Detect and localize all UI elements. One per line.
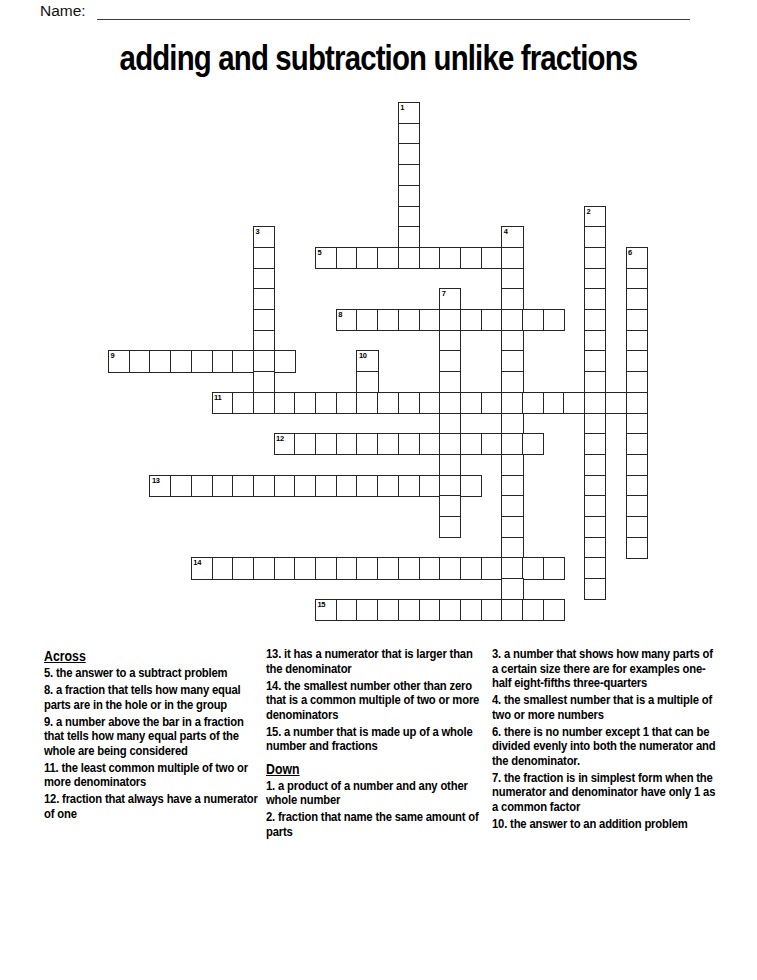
cell-number-9: 9 (111, 352, 115, 360)
grid-cell-r14c24[interactable] (605, 392, 627, 414)
grid-cell-r14c21[interactable] (543, 392, 565, 414)
grid-cell-r24c21[interactable] (543, 599, 565, 621)
name-label: Name: (40, 2, 86, 20)
grid-cell-r20c16[interactable] (439, 516, 461, 538)
clue-across-5: 5. the answer to a subtract problem (44, 666, 258, 681)
grid-cell-r18c17[interactable] (460, 475, 482, 497)
grid-cell-r16c18[interactable] (481, 433, 503, 455)
grid-cell-r16c11[interactable] (336, 433, 358, 455)
grid-cell-r10c16[interactable] (439, 309, 461, 331)
grid-cell-r19c16[interactable] (439, 495, 461, 517)
grid-cell-r14c15[interactable] (419, 392, 441, 414)
grid-cell-r18c23[interactable] (584, 475, 606, 497)
cell-number-3: 3 (255, 228, 259, 236)
grid-cell-r11c23[interactable] (584, 330, 606, 352)
across-header: Across (44, 649, 258, 664)
grid-cell-r7c16[interactable] (439, 247, 461, 269)
grid-cell-r16c25[interactable] (626, 433, 648, 455)
grid-cell-r9c19[interactable] (501, 288, 523, 310)
clue-across-14: 14. the smallest number other than zero … (266, 679, 483, 723)
grid-cell-r22c17[interactable] (460, 557, 482, 579)
grid-cell-r7c11[interactable] (336, 247, 358, 269)
grid-cell-r9c23[interactable] (584, 288, 606, 310)
grid-cell-r24c11[interactable] (336, 599, 358, 621)
cell-number-5: 5 (318, 249, 322, 257)
grid-cell-r14c8[interactable] (274, 392, 296, 414)
grid-cell-r7c18[interactable] (481, 247, 503, 269)
clue-column-across: Across5. the answer to a subtract proble… (44, 649, 258, 824)
grid-cell-r22c16[interactable] (439, 557, 461, 579)
grid-cell-r14c18[interactable] (481, 392, 503, 414)
grid-cell-r8c7[interactable] (253, 268, 275, 290)
grid-cell-r16c10[interactable] (315, 433, 337, 455)
grid-cell-r12c2[interactable] (149, 350, 171, 372)
grid-cell-r9c25[interactable] (626, 288, 648, 310)
grid-cell-r14c25[interactable] (626, 392, 648, 414)
grid-cell-r10c7[interactable] (253, 309, 275, 331)
grid-cell-r24c20[interactable] (522, 599, 544, 621)
grid-cell-r22c19[interactable] (501, 557, 523, 579)
grid-cell-r18c9[interactable] (294, 475, 316, 497)
grid-cell-r22c5[interactable] (212, 557, 234, 579)
grid-cell-r16c13[interactable] (377, 433, 399, 455)
grid-cell-r7c19[interactable] (501, 247, 523, 269)
grid-cell-r18c14[interactable] (398, 475, 420, 497)
grid-cell-r8c19[interactable] (501, 268, 523, 290)
down-header: Down (266, 762, 483, 777)
grid-cell-r20c19[interactable] (501, 516, 523, 538)
grid-cell-r14c23[interactable] (584, 392, 606, 414)
clue-down-3: 3. a number that shows how many parts of… (492, 647, 716, 691)
clue-column-middle: 13. it has a numerator that is larger th… (266, 647, 483, 842)
grid-cell-r16c9[interactable] (294, 433, 316, 455)
clue-across-11: 11. the least common multiple of two or … (44, 761, 258, 790)
grid-cell-r12c6[interactable] (232, 350, 254, 372)
grid-cell-r23c19[interactable] (501, 578, 523, 600)
grid-cell-r18c25[interactable] (626, 475, 648, 497)
clue-across-13: 13. it has a numerator that is larger th… (266, 647, 483, 676)
grid-cell-r12c5[interactable] (212, 350, 234, 372)
grid-cell-r10c13[interactable] (377, 309, 399, 331)
grid-cell-r18c15[interactable] (419, 475, 441, 497)
grid-cell-r16c19[interactable] (501, 433, 523, 455)
grid-cell-r22c8[interactable] (274, 557, 296, 579)
grid-cell-r13c25[interactable] (626, 371, 648, 393)
clue-across-8: 8. a fraction that tells how many equal … (44, 683, 258, 712)
grid-cell-r13c12[interactable] (356, 371, 378, 393)
grid-cell-r14c22[interactable] (563, 392, 585, 414)
cell-number-8: 8 (338, 311, 342, 319)
grid-cell-r16c15[interactable] (419, 433, 441, 455)
grid-cell-r17c16[interactable] (439, 454, 461, 476)
grid-cell-r14c14[interactable] (398, 392, 420, 414)
grid-cell-r18c7[interactable] (253, 475, 275, 497)
grid-cell-r10c20[interactable] (522, 309, 544, 331)
name-input-line[interactable] (97, 2, 690, 20)
cell-number-4: 4 (504, 228, 508, 236)
grid-cell-r11c16[interactable] (439, 330, 461, 352)
grid-cell-r18c11[interactable] (336, 475, 358, 497)
grid-cell-r15c19[interactable] (501, 413, 523, 435)
grid-cell-r22c7[interactable] (253, 557, 275, 579)
grid-cell-r10c17[interactable] (460, 309, 482, 331)
grid-cell-r14c6[interactable] (232, 392, 254, 414)
grid-cell-r20c25[interactable] (626, 516, 648, 538)
grid-cell-r8c25[interactable] (626, 268, 648, 290)
grid-cell-r18c10[interactable] (315, 475, 337, 497)
grid-cell-r24c16[interactable] (439, 599, 461, 621)
grid-cell-r12c3[interactable] (170, 350, 192, 372)
cell-number-11: 11 (214, 394, 221, 402)
grid-cell-r22c23[interactable] (584, 557, 606, 579)
grid-cell-r16c17[interactable] (460, 433, 482, 455)
grid-cell-r6c23[interactable] (584, 226, 606, 248)
grid-cell-r10c15[interactable] (419, 309, 441, 331)
grid-cell-r24c19[interactable] (501, 599, 523, 621)
grid-cell-r6c14[interactable] (398, 226, 420, 248)
grid-cell-r13c7[interactable] (253, 371, 275, 393)
clue-column-down: 3. a number that shows how many parts of… (492, 647, 716, 834)
grid-cell-r14c9[interactable] (294, 392, 316, 414)
grid-cell-r18c5[interactable] (212, 475, 234, 497)
clue-down-2: 2. fraction that name the same amount of… (266, 810, 483, 839)
grid-cell-r22c9[interactable] (294, 557, 316, 579)
grid-cell-r15c25[interactable] (626, 413, 648, 435)
grid-cell-r12c19[interactable] (501, 350, 523, 372)
clue-down-6: 6. there is no number except 1 that can … (492, 725, 716, 769)
grid-cell-r12c25[interactable] (626, 350, 648, 372)
page-title: adding and subtraction unlike fractions (61, 39, 697, 77)
cell-number-15: 15 (318, 601, 326, 609)
grid-cell-r19c19[interactable] (501, 495, 523, 517)
cell-number-12: 12 (276, 435, 284, 443)
grid-cell-r18c3[interactable] (170, 475, 192, 497)
grid-cell-r24c17[interactable] (460, 599, 482, 621)
grid-cell-r8c23[interactable] (584, 268, 606, 290)
grid-cell-r18c12[interactable] (356, 475, 378, 497)
grid-cell-r22c15[interactable] (419, 557, 441, 579)
grid-cell-r10c12[interactable] (356, 309, 378, 331)
grid-cell-r4c14[interactable] (398, 185, 420, 207)
grid-cell-r17c23[interactable] (584, 454, 606, 476)
grid-cell-r3c14[interactable] (398, 164, 420, 186)
grid-cell-r12c16[interactable] (439, 350, 461, 372)
grid-cell-r18c16[interactable] (439, 475, 461, 497)
clue-down-4: 4. the smallest number that is a multipl… (492, 693, 716, 722)
grid-cell-r23c23[interactable] (584, 578, 606, 600)
grid-cell-r22c18[interactable] (481, 557, 503, 579)
grid-cell-r22c10[interactable] (315, 557, 337, 579)
grid-cell-r18c4[interactable] (191, 475, 213, 497)
grid-cell-r24c12[interactable] (356, 599, 378, 621)
clue-across-12: 12. fraction that always have a numerato… (44, 792, 258, 821)
grid-cell-r14c13[interactable] (377, 392, 399, 414)
grid-cell-r22c12[interactable] (356, 557, 378, 579)
grid-cell-r2c14[interactable] (398, 143, 420, 165)
grid-cell-r12c1[interactable] (129, 350, 151, 372)
grid-cell-r9c7[interactable] (253, 288, 275, 310)
grid-cell-r15c23[interactable] (584, 413, 606, 435)
cell-number-13: 13 (152, 477, 160, 485)
grid-cell-r12c7[interactable] (253, 350, 275, 372)
grid-cell-r17c25[interactable] (626, 454, 648, 476)
grid-cell-r13c19[interactable] (501, 371, 523, 393)
grid-cell-r11c7[interactable] (253, 330, 275, 352)
cell-number-14: 14 (193, 559, 201, 567)
grid-cell-r22c20[interactable] (522, 557, 544, 579)
grid-cell-r14c7[interactable] (253, 392, 275, 414)
grid-cell-r12c8[interactable] (274, 350, 296, 372)
grid-cell-r22c6[interactable] (232, 557, 254, 579)
clue-down-7: 7. the fraction is in simplest form when… (492, 771, 716, 815)
grid-cell-r22c14[interactable] (398, 557, 420, 579)
grid-cell-r14c19[interactable] (501, 392, 523, 414)
grid-cell-r22c13[interactable] (377, 557, 399, 579)
cell-number-7: 7 (442, 290, 446, 298)
grid-cell-r21c19[interactable] (501, 537, 523, 559)
grid-cell-r24c14[interactable] (398, 599, 420, 621)
grid-cell-r10c21[interactable] (543, 309, 565, 331)
grid-cell-r24c13[interactable] (377, 599, 399, 621)
grid-cell-r10c25[interactable] (626, 309, 648, 331)
cell-number-2: 2 (587, 208, 591, 216)
grid-cell-r21c23[interactable] (584, 537, 606, 559)
crossword-board: 123456789101112131415 (108, 102, 756, 622)
grid-cell-r14c20[interactable] (522, 392, 544, 414)
clue-across-15: 15. a number that is made up of a whole … (266, 725, 483, 754)
grid-cell-r24c15[interactable] (419, 599, 441, 621)
grid-cell-r7c7[interactable] (253, 247, 275, 269)
grid-cell-r12c4[interactable] (191, 350, 213, 372)
grid-cell-r10c19[interactable] (501, 309, 523, 331)
grid-cell-r5c14[interactable] (398, 206, 420, 228)
grid-cell-r7c23[interactable] (584, 247, 606, 269)
cell-number-10: 10 (359, 352, 367, 360)
grid-cell-r11c25[interactable] (626, 330, 648, 352)
clue-down-10: 10. the answer to an addition problem (492, 817, 716, 832)
grid-cell-r18c19[interactable] (501, 475, 523, 497)
grid-cell-r18c13[interactable] (377, 475, 399, 497)
grid-cell-r17c19[interactable] (501, 454, 523, 476)
grid-cell-r18c8[interactable] (274, 475, 296, 497)
grid-cell-r11c19[interactable] (501, 330, 523, 352)
grid-cell-r7c14[interactable] (398, 247, 420, 269)
grid-cell-r16c12[interactable] (356, 433, 378, 455)
grid-cell-r13c23[interactable] (584, 371, 606, 393)
grid-cell-r19c23[interactable] (584, 495, 606, 517)
grid-cell-r7c17[interactable] (460, 247, 482, 269)
grid-cell-r22c11[interactable] (336, 557, 358, 579)
grid-cell-r14c16[interactable] (439, 392, 461, 414)
grid-cell-r20c23[interactable] (584, 516, 606, 538)
grid-cell-r14c12[interactable] (356, 392, 378, 414)
clue-across-9: 9. a number above the bar in a fraction … (44, 715, 258, 759)
grid-cell-r10c18[interactable] (481, 309, 503, 331)
cell-number-1: 1 (400, 104, 404, 112)
grid-cell-r1c14[interactable] (398, 123, 420, 145)
grid-cell-r16c16[interactable] (439, 433, 461, 455)
grid-cell-r16c23[interactable] (584, 433, 606, 455)
grid-cell-r16c20[interactable] (522, 433, 544, 455)
grid-cell-r7c15[interactable] (419, 247, 441, 269)
grid-cell-r14c10[interactable] (315, 392, 337, 414)
grid-cell-r7c12[interactable] (356, 247, 378, 269)
grid-cell-r22c21[interactable] (543, 557, 565, 579)
clue-down-1: 1. a product of a number and any other w… (266, 779, 483, 808)
grid-cell-r7c13[interactable] (377, 247, 399, 269)
grid-cell-r14c17[interactable] (460, 392, 482, 414)
grid-cell-r24c18[interactable] (481, 599, 503, 621)
grid-cell-r19c25[interactable] (626, 495, 648, 517)
grid-cell-r15c16[interactable] (439, 413, 461, 435)
grid-cell-r12c23[interactable] (584, 350, 606, 372)
grid-cell-r18c6[interactable] (232, 475, 254, 497)
grid-cell-r21c25[interactable] (626, 537, 648, 559)
cell-number-6: 6 (628, 249, 632, 257)
grid-cell-r14c11[interactable] (336, 392, 358, 414)
grid-cell-r16c14[interactable] (398, 433, 420, 455)
grid-cell-r10c23[interactable] (584, 309, 606, 331)
grid-cell-r10c14[interactable] (398, 309, 420, 331)
grid-cell-r13c16[interactable] (439, 371, 461, 393)
